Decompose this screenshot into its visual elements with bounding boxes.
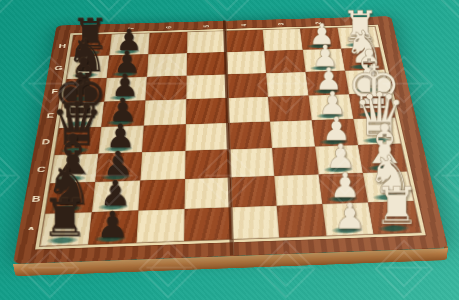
square-e6[interactable] xyxy=(144,99,187,125)
square-e5[interactable] xyxy=(186,98,228,124)
square-d6[interactable] xyxy=(142,124,186,152)
rank-label-bottom-6: 6 xyxy=(147,233,172,268)
square-b6[interactable] xyxy=(138,179,185,211)
square-b5[interactable] xyxy=(185,177,231,208)
square-g4[interactable] xyxy=(226,51,266,74)
square-b3[interactable] xyxy=(274,174,322,205)
piece-black-pawn-a7[interactable]: ♟ xyxy=(96,207,129,241)
rank-label-top-4: 4 xyxy=(234,15,254,36)
rank-label-top-6: 6 xyxy=(159,17,179,38)
table-surface: ♜♟♟♜♞♟♟♞♝♟♟♝♚♟♟♚♛♟♟♛♝♟♟♝♞♟♟♞♜♟♟♜ HGFEDCB… xyxy=(0,0,459,300)
square-f5[interactable] xyxy=(186,74,227,99)
rank-label-bottom-3: 3 xyxy=(290,228,317,262)
square-e3[interactable] xyxy=(268,95,312,121)
square-d3[interactable] xyxy=(270,120,315,148)
square-f3[interactable] xyxy=(266,72,309,97)
photo-scene: ♜♟♟♜♞♟♟♞♝♟♟♝♚♟♟♚♛♟♟♛♝♟♟♝♞♟♟♞♜♟♟♜ HGFEDCB… xyxy=(0,0,459,300)
chess-board: ♜♟♟♜♞♟♟♞♝♟♟♝♚♟♟♚♛♟♟♛♝♟♟♝♞♟♟♞♜♟♟♜ HGFEDCB… xyxy=(13,16,448,264)
square-c3[interactable] xyxy=(272,147,319,176)
square-a1[interactable]: ♜ xyxy=(368,201,420,234)
rank-label-bottom-5: 5 xyxy=(196,231,220,265)
square-d4[interactable] xyxy=(228,122,272,150)
square-g6[interactable] xyxy=(147,53,187,77)
square-d5[interactable] xyxy=(185,123,228,151)
square-c5[interactable] xyxy=(185,149,230,179)
square-a7[interactable]: ♟ xyxy=(88,211,138,245)
square-b4[interactable] xyxy=(230,176,277,207)
brass-clasp-bottom xyxy=(434,198,435,206)
square-a8[interactable]: ♜ xyxy=(40,212,92,246)
piece-white-rook-a1[interactable]: ♜ xyxy=(374,183,420,232)
piece-white-pawn-a2[interactable]: ♟ xyxy=(334,199,366,233)
square-g3[interactable] xyxy=(264,50,305,73)
rank-label-top-3: 3 xyxy=(271,14,292,35)
rank-label-bottom-4: 4 xyxy=(243,230,269,264)
square-a2[interactable]: ♟ xyxy=(322,203,373,236)
square-f6[interactable] xyxy=(145,76,186,101)
square-f4[interactable] xyxy=(226,73,268,98)
piece-black-rook-a8[interactable]: ♜ xyxy=(41,194,88,244)
square-c6[interactable] xyxy=(140,151,185,181)
square-g5[interactable] xyxy=(187,52,227,76)
square-e4[interactable] xyxy=(227,97,270,123)
rank-label-top-5: 5 xyxy=(197,16,216,37)
square-c4[interactable] xyxy=(229,148,274,178)
